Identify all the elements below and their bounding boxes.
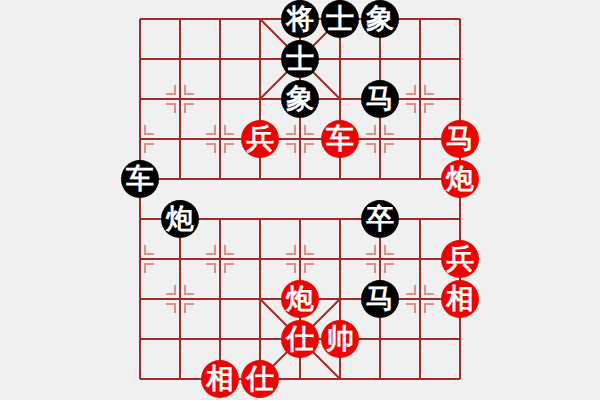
red-general[interactable]: 帅	[321, 320, 359, 358]
black-chariot[interactable]: 车	[121, 160, 159, 198]
black-advisor[interactable]: 士	[281, 40, 319, 78]
black-elephant[interactable]: 象	[361, 0, 399, 38]
red-horse[interactable]: 马	[441, 120, 479, 158]
black-soldier[interactable]: 卒	[361, 200, 399, 238]
xiangqi-app-screen: 将士象士象马兵车马车炮炮卒兵炮马相仕帅相仕	[0, 0, 600, 400]
black-horse[interactable]: 马	[361, 280, 399, 318]
red-cannon[interactable]: 炮	[281, 280, 319, 318]
red-soldier[interactable]: 兵	[241, 120, 279, 158]
red-elephant[interactable]: 相	[441, 280, 479, 318]
xiangqi-board[interactable]: 将士象士象马兵车马车炮炮卒兵炮马相仕帅相仕	[120, 0, 480, 399]
red-elephant[interactable]: 相	[201, 360, 239, 398]
black-cannon[interactable]: 炮	[161, 200, 199, 238]
red-advisor[interactable]: 仕	[241, 360, 279, 398]
black-general[interactable]: 将	[281, 0, 319, 38]
black-advisor[interactable]: 士	[321, 0, 359, 38]
red-soldier[interactable]: 兵	[441, 240, 479, 278]
red-cannon[interactable]: 炮	[441, 160, 479, 198]
red-advisor[interactable]: 仕	[281, 320, 319, 358]
red-chariot[interactable]: 车	[321, 120, 359, 158]
black-elephant[interactable]: 象	[281, 80, 319, 118]
black-horse[interactable]: 马	[361, 80, 399, 118]
